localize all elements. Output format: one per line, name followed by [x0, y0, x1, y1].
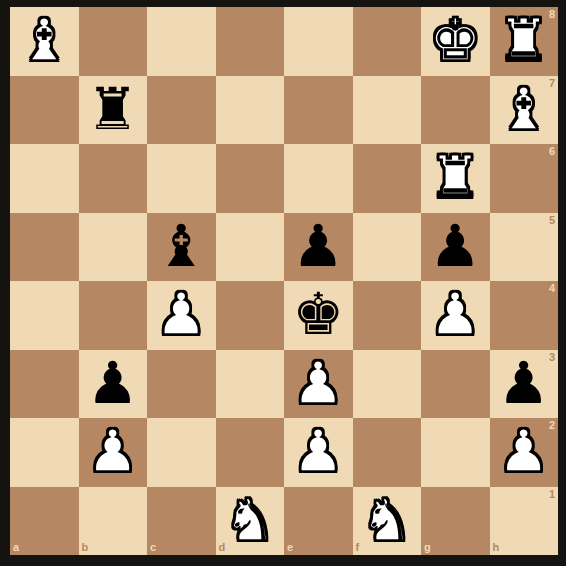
square-g8[interactable]: ♚ — [421, 7, 490, 76]
square-a8[interactable]: ♝ — [10, 7, 79, 76]
square-f4[interactable] — [353, 281, 422, 350]
square-g1[interactable]: g — [421, 487, 490, 556]
square-d3[interactable] — [216, 350, 285, 419]
square-h8[interactable]: ♜8 — [490, 7, 559, 76]
piece-black-rook-b7[interactable]: ♜ — [79, 76, 148, 145]
square-c6[interactable] — [147, 144, 216, 213]
square-e2[interactable]: ♟ — [284, 418, 353, 487]
square-e1[interactable]: e — [284, 487, 353, 556]
piece-white-pawn-e2[interactable]: ♟ — [284, 418, 353, 487]
square-b5[interactable] — [79, 213, 148, 282]
rank-label-4: 4 — [549, 283, 555, 294]
square-d7[interactable] — [216, 76, 285, 145]
square-f6[interactable] — [353, 144, 422, 213]
square-b6[interactable] — [79, 144, 148, 213]
square-b8[interactable] — [79, 7, 148, 76]
square-c3[interactable] — [147, 350, 216, 419]
piece-white-bishop-h7[interactable]: ♝ — [490, 76, 559, 145]
square-b1[interactable]: b — [79, 487, 148, 556]
square-g6[interactable]: ♜ — [421, 144, 490, 213]
square-g7[interactable] — [421, 76, 490, 145]
square-e5[interactable]: ♟ — [284, 213, 353, 282]
square-a1[interactable]: a — [10, 487, 79, 556]
square-e3[interactable]: ♟ — [284, 350, 353, 419]
piece-white-pawn-b2[interactable]: ♟ — [79, 418, 148, 487]
square-h2[interactable]: ♟2 — [490, 418, 559, 487]
square-g5[interactable]: ♟ — [421, 213, 490, 282]
square-h4[interactable]: 4 — [490, 281, 559, 350]
square-d8[interactable] — [216, 7, 285, 76]
piece-white-rook-h8[interactable]: ♜ — [490, 7, 559, 76]
file-label-b: b — [82, 542, 89, 553]
piece-black-pawn-b3[interactable]: ♟ — [79, 350, 148, 419]
square-a5[interactable] — [10, 213, 79, 282]
rank-label-1: 1 — [549, 489, 555, 500]
square-g3[interactable] — [421, 350, 490, 419]
square-f1[interactable]: ♞f — [353, 487, 422, 556]
square-a6[interactable] — [10, 144, 79, 213]
square-c8[interactable] — [147, 7, 216, 76]
page-background: ♝♚♜8♜♝7♜6♝♟♟5♟♚♟4♟♟♟3♟♟♟2abc♞de♞fgh1 — [0, 0, 566, 566]
square-c1[interactable]: c — [147, 487, 216, 556]
square-f2[interactable] — [353, 418, 422, 487]
piece-white-pawn-g4[interactable]: ♟ — [421, 281, 490, 350]
square-f7[interactable] — [353, 76, 422, 145]
file-label-c: c — [150, 542, 156, 553]
square-d6[interactable] — [216, 144, 285, 213]
square-b7[interactable]: ♜ — [79, 76, 148, 145]
square-a4[interactable] — [10, 281, 79, 350]
square-d4[interactable] — [216, 281, 285, 350]
piece-black-pawn-h3[interactable]: ♟ — [490, 350, 559, 419]
square-h6[interactable]: 6 — [490, 144, 559, 213]
square-d2[interactable] — [216, 418, 285, 487]
square-b4[interactable] — [79, 281, 148, 350]
piece-white-bishop-a8[interactable]: ♝ — [10, 7, 79, 76]
square-b2[interactable]: ♟ — [79, 418, 148, 487]
square-e8[interactable] — [284, 7, 353, 76]
file-label-e: e — [287, 542, 293, 553]
square-h1[interactable]: h1 — [490, 487, 559, 556]
square-f3[interactable] — [353, 350, 422, 419]
piece-white-pawn-e3[interactable]: ♟ — [284, 350, 353, 419]
square-h7[interactable]: ♝7 — [490, 76, 559, 145]
square-a7[interactable] — [10, 76, 79, 145]
piece-black-bishop-c5[interactable]: ♝ — [147, 213, 216, 282]
square-a2[interactable] — [10, 418, 79, 487]
piece-white-pawn-c4[interactable]: ♟ — [147, 281, 216, 350]
file-label-a: a — [13, 542, 19, 553]
square-d1[interactable]: ♞d — [216, 487, 285, 556]
rank-label-6: 6 — [549, 146, 555, 157]
rank-label-5: 5 — [549, 215, 555, 226]
square-a3[interactable] — [10, 350, 79, 419]
square-b3[interactable]: ♟ — [79, 350, 148, 419]
piece-black-king-e4[interactable]: ♚ — [284, 281, 353, 350]
piece-white-knight-f1[interactable]: ♞ — [353, 487, 422, 556]
file-label-g: g — [424, 542, 431, 553]
square-c7[interactable] — [147, 76, 216, 145]
piece-white-pawn-h2[interactable]: ♟ — [490, 418, 559, 487]
square-g4[interactable]: ♟ — [421, 281, 490, 350]
square-g2[interactable] — [421, 418, 490, 487]
piece-white-king-g8[interactable]: ♚ — [421, 7, 490, 76]
square-c5[interactable]: ♝ — [147, 213, 216, 282]
square-c2[interactable] — [147, 418, 216, 487]
piece-white-knight-d1[interactable]: ♞ — [216, 487, 285, 556]
piece-black-pawn-e5[interactable]: ♟ — [284, 213, 353, 282]
piece-black-pawn-g5[interactable]: ♟ — [421, 213, 490, 282]
square-e6[interactable] — [284, 144, 353, 213]
file-label-h: h — [493, 542, 500, 553]
square-c4[interactable]: ♟ — [147, 281, 216, 350]
square-d5[interactable] — [216, 213, 285, 282]
chess-board: ♝♚♜8♜♝7♜6♝♟♟5♟♚♟4♟♟♟3♟♟♟2abc♞de♞fgh1 — [10, 7, 558, 555]
square-h3[interactable]: ♟3 — [490, 350, 559, 419]
square-h5[interactable]: 5 — [490, 213, 559, 282]
square-e4[interactable]: ♚ — [284, 281, 353, 350]
square-e7[interactable] — [284, 76, 353, 145]
square-f5[interactable] — [353, 213, 422, 282]
square-f8[interactable] — [353, 7, 422, 76]
piece-white-rook-g6[interactable]: ♜ — [421, 144, 490, 213]
